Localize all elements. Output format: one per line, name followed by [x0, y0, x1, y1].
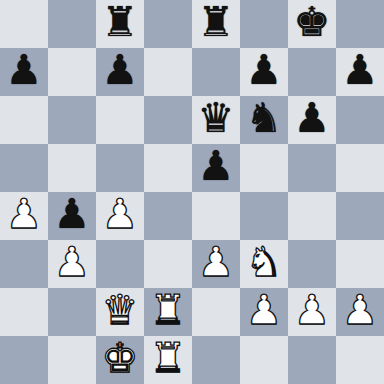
square-e5[interactable]: ♟	[192, 144, 240, 192]
square-g5[interactable]	[288, 144, 336, 192]
square-d5[interactable]	[144, 144, 192, 192]
square-b1[interactable]	[48, 336, 96, 384]
square-a8[interactable]	[0, 0, 48, 48]
black-pawn[interactable]: ♟	[294, 96, 331, 142]
square-b6[interactable]	[48, 96, 96, 144]
square-e3[interactable]: ♟	[192, 240, 240, 288]
square-f3[interactable]: ♞	[240, 240, 288, 288]
square-a1[interactable]	[0, 336, 48, 384]
black-pawn[interactable]: ♟	[102, 48, 139, 94]
square-g4[interactable]	[288, 192, 336, 240]
square-b4[interactable]: ♟	[48, 192, 96, 240]
square-d4[interactable]	[144, 192, 192, 240]
square-f7[interactable]: ♟	[240, 48, 288, 96]
square-h4[interactable]	[336, 192, 384, 240]
square-c8[interactable]: ♜	[96, 0, 144, 48]
square-h6[interactable]	[336, 96, 384, 144]
square-g2[interactable]: ♟	[288, 288, 336, 336]
white-rook[interactable]: ♜	[150, 336, 187, 382]
white-pawn[interactable]: ♟	[246, 288, 283, 334]
white-pawn[interactable]: ♟	[54, 240, 91, 286]
square-d1[interactable]: ♜	[144, 336, 192, 384]
square-b5[interactable]	[48, 144, 96, 192]
square-d2[interactable]: ♜	[144, 288, 192, 336]
white-rook[interactable]: ♜	[150, 288, 187, 334]
white-pawn[interactable]: ♟	[102, 192, 139, 238]
square-d3[interactable]	[144, 240, 192, 288]
square-c7[interactable]: ♟	[96, 48, 144, 96]
square-e4[interactable]	[192, 192, 240, 240]
white-pawn[interactable]: ♟	[198, 240, 235, 286]
square-g8[interactable]: ♚	[288, 0, 336, 48]
square-a6[interactable]	[0, 96, 48, 144]
black-king[interactable]: ♚	[294, 0, 331, 46]
square-d8[interactable]	[144, 0, 192, 48]
chess-board: ♜♜♚♟♟♟♟♛♞♟♟♟♟♟♟♟♞♛♜♟♟♟♚♜	[0, 0, 384, 384]
square-e6[interactable]: ♛	[192, 96, 240, 144]
square-h5[interactable]	[336, 144, 384, 192]
square-d7[interactable]	[144, 48, 192, 96]
square-f4[interactable]	[240, 192, 288, 240]
square-g6[interactable]: ♟	[288, 96, 336, 144]
square-c3[interactable]	[96, 240, 144, 288]
black-queen[interactable]: ♛	[198, 96, 235, 142]
square-a3[interactable]	[0, 240, 48, 288]
square-b7[interactable]	[48, 48, 96, 96]
square-b3[interactable]: ♟	[48, 240, 96, 288]
square-b8[interactable]	[48, 0, 96, 48]
black-pawn[interactable]: ♟	[246, 48, 283, 94]
square-e2[interactable]	[192, 288, 240, 336]
white-pawn[interactable]: ♟	[6, 192, 43, 238]
square-h1[interactable]	[336, 336, 384, 384]
black-pawn[interactable]: ♟	[6, 48, 43, 94]
white-king[interactable]: ♚	[102, 336, 139, 382]
square-c2[interactable]: ♛	[96, 288, 144, 336]
square-d6[interactable]	[144, 96, 192, 144]
square-f2[interactable]: ♟	[240, 288, 288, 336]
white-pawn[interactable]: ♟	[294, 288, 331, 334]
square-a2[interactable]	[0, 288, 48, 336]
square-g7[interactable]	[288, 48, 336, 96]
square-e8[interactable]: ♜	[192, 0, 240, 48]
black-pawn[interactable]: ♟	[198, 144, 235, 190]
square-a5[interactable]	[0, 144, 48, 192]
black-rook[interactable]: ♜	[198, 0, 235, 46]
square-f8[interactable]	[240, 0, 288, 48]
square-a7[interactable]: ♟	[0, 48, 48, 96]
white-queen[interactable]: ♛	[102, 288, 139, 334]
square-f5[interactable]	[240, 144, 288, 192]
square-e1[interactable]	[192, 336, 240, 384]
white-knight[interactable]: ♞	[246, 240, 283, 286]
white-pawn[interactable]: ♟	[342, 288, 379, 334]
black-pawn[interactable]: ♟	[54, 192, 91, 238]
square-b2[interactable]	[48, 288, 96, 336]
black-knight[interactable]: ♞	[246, 96, 283, 142]
square-a4[interactable]: ♟	[0, 192, 48, 240]
square-f6[interactable]: ♞	[240, 96, 288, 144]
square-f1[interactable]	[240, 336, 288, 384]
square-h7[interactable]: ♟	[336, 48, 384, 96]
square-h8[interactable]	[336, 0, 384, 48]
square-c6[interactable]	[96, 96, 144, 144]
black-rook[interactable]: ♜	[102, 0, 139, 46]
square-c4[interactable]: ♟	[96, 192, 144, 240]
black-pawn[interactable]: ♟	[342, 48, 379, 94]
square-c5[interactable]	[96, 144, 144, 192]
square-h2[interactable]: ♟	[336, 288, 384, 336]
square-g3[interactable]	[288, 240, 336, 288]
square-e7[interactable]	[192, 48, 240, 96]
square-h3[interactable]	[336, 240, 384, 288]
square-g1[interactable]	[288, 336, 336, 384]
square-c1[interactable]: ♚	[96, 336, 144, 384]
